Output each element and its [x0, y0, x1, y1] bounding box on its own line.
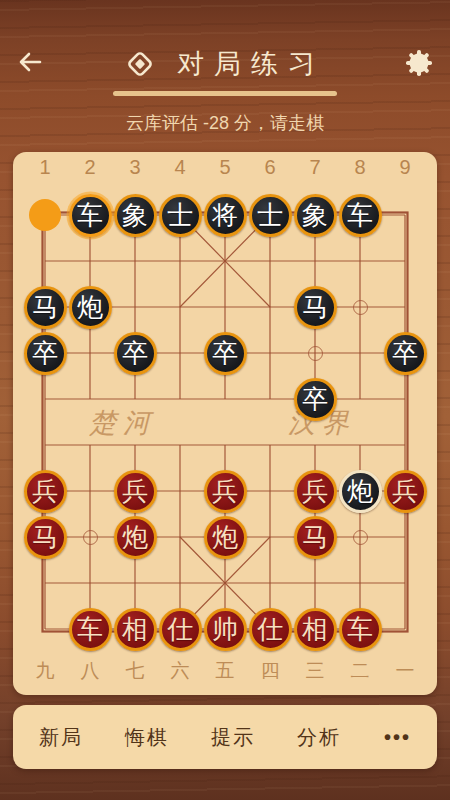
piece-red-horse[interactable]: 马: [24, 516, 67, 559]
title-row: 对局练习: [0, 44, 450, 84]
piece-red-elephant[interactable]: 相: [294, 608, 337, 651]
file-label-bottom: 七: [113, 658, 158, 684]
piece-black-advisor[interactable]: 士: [249, 194, 292, 237]
piece-black-pawn[interactable]: 卒: [294, 378, 337, 421]
board-grid[interactable]: 车象士将士象车马炮马卒卒卒卒卒炮兵兵兵兵兵马炮炮马车相仕帅仕相车: [23, 192, 428, 652]
file-label-bottom: 六: [158, 658, 203, 684]
settings-button[interactable]: [402, 46, 436, 80]
page-title: 对局练习: [167, 46, 325, 82]
piece-red-rook[interactable]: 车: [69, 608, 112, 651]
diamond-badge-icon: [125, 49, 155, 79]
file-label-bottom: 一: [383, 658, 428, 684]
piece-black-horse[interactable]: 马: [294, 286, 337, 329]
piece-red-advisor[interactable]: 仕: [159, 608, 202, 651]
piece-red-elephant[interactable]: 相: [114, 608, 157, 651]
piece-black-pawn[interactable]: 卒: [384, 332, 427, 375]
piece-red-pawn[interactable]: 兵: [294, 470, 337, 513]
bottom-menu: 新局 悔棋 提示 分析 •••: [13, 705, 437, 769]
last-move-origin-dot: [29, 199, 61, 231]
piece-red-advisor[interactable]: 仕: [249, 608, 292, 651]
point-marker: [308, 346, 323, 361]
piece-black-cannon[interactable]: 炮: [339, 470, 382, 513]
point-marker: [353, 300, 368, 315]
piece-black-general[interactable]: 将: [204, 194, 247, 237]
file-label-bottom: 四: [248, 658, 293, 684]
piece-black-pawn[interactable]: 卒: [114, 332, 157, 375]
piece-black-pawn[interactable]: 卒: [24, 332, 67, 375]
piece-red-rook[interactable]: 车: [339, 608, 382, 651]
status-text: 云库评估 -28 分，请走棋: [0, 111, 450, 135]
file-label-bottom: 九: [23, 658, 68, 684]
piece-red-cannon[interactable]: 炮: [204, 516, 247, 559]
file-label-bottom: 五: [203, 658, 248, 684]
piece-red-horse[interactable]: 马: [294, 516, 337, 559]
file-label-bottom: 八: [68, 658, 113, 684]
piece-red-pawn[interactable]: 兵: [204, 470, 247, 513]
file-label-bottom: 二: [338, 658, 383, 684]
piece-black-cannon[interactable]: 炮: [69, 286, 112, 329]
piece-red-king[interactable]: 帅: [204, 608, 247, 651]
title-underline: [113, 91, 337, 96]
menu-more-button[interactable]: •••: [384, 726, 411, 749]
piece-red-pawn[interactable]: 兵: [114, 470, 157, 513]
menu-hint[interactable]: 提示: [211, 724, 255, 751]
gear-icon: [404, 48, 434, 78]
point-marker: [353, 530, 368, 545]
menu-new-game[interactable]: 新局: [39, 724, 83, 751]
piece-black-rook[interactable]: 车: [339, 194, 382, 237]
menu-analyze[interactable]: 分析: [297, 724, 341, 751]
file-label-bottom: 三: [293, 658, 338, 684]
piece-black-elephant[interactable]: 象: [114, 194, 157, 237]
board-panel: 123456789 楚河 汉界 车象士将士象车马炮马卒卒卒卒卒炮兵兵兵兵兵马炮炮…: [13, 152, 437, 695]
piece-black-advisor[interactable]: 士: [159, 194, 202, 237]
file-labels-bottom: 九八七六五四三二一: [23, 658, 428, 684]
piece-black-elephant[interactable]: 象: [294, 194, 337, 237]
point-marker: [83, 530, 98, 545]
piece-red-pawn[interactable]: 兵: [24, 470, 67, 513]
piece-black-horse[interactable]: 马: [24, 286, 67, 329]
piece-red-pawn[interactable]: 兵: [384, 470, 427, 513]
piece-red-cannon[interactable]: 炮: [114, 516, 157, 559]
menu-undo[interactable]: 悔棋: [125, 724, 169, 751]
piece-black-rook[interactable]: 车: [69, 194, 112, 237]
piece-black-pawn[interactable]: 卒: [204, 332, 247, 375]
